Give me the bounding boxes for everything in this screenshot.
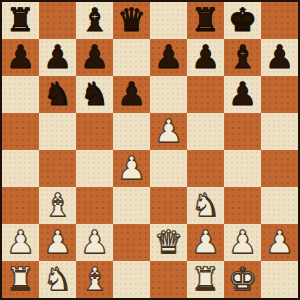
- black-pawn[interactable]: ♟: [80, 41, 109, 73]
- white-king[interactable]: ♚: [228, 263, 257, 295]
- square-e3[interactable]: [150, 187, 187, 224]
- black-pawn[interactable]: ♟: [6, 41, 35, 73]
- white-pawn[interactable]: ♟: [228, 226, 257, 258]
- square-g5[interactable]: [224, 113, 261, 150]
- black-pawn[interactable]: ♟: [43, 41, 72, 73]
- square-g6[interactable]: ♟: [224, 76, 261, 113]
- black-rook[interactable]: ♜: [6, 4, 35, 36]
- square-h7[interactable]: ♟: [261, 39, 298, 76]
- black-rook[interactable]: ♜: [191, 4, 220, 36]
- square-b4[interactable]: [39, 150, 76, 187]
- square-c7[interactable]: ♟: [76, 39, 113, 76]
- black-pawn[interactable]: ♟: [117, 78, 146, 110]
- square-f2[interactable]: ♟: [187, 224, 224, 261]
- square-e5[interactable]: ♟: [150, 113, 187, 150]
- square-a8[interactable]: ♜: [2, 2, 39, 39]
- square-f7[interactable]: ♟: [187, 39, 224, 76]
- black-queen[interactable]: ♛: [117, 4, 146, 36]
- square-d6[interactable]: ♟: [113, 76, 150, 113]
- square-b2[interactable]: ♟: [39, 224, 76, 261]
- black-pawn[interactable]: ♟: [265, 41, 294, 73]
- square-c6[interactable]: ♞: [76, 76, 113, 113]
- white-pawn[interactable]: ♟: [80, 226, 109, 258]
- black-pawn[interactable]: ♟: [191, 41, 220, 73]
- square-a6[interactable]: [2, 76, 39, 113]
- black-king[interactable]: ♚: [228, 4, 257, 36]
- square-c4[interactable]: [76, 150, 113, 187]
- white-bishop[interactable]: ♝: [80, 263, 109, 295]
- square-d8[interactable]: ♛: [113, 2, 150, 39]
- square-g7[interactable]: ♝: [224, 39, 261, 76]
- square-a3[interactable]: [2, 187, 39, 224]
- white-pawn[interactable]: ♟: [265, 226, 294, 258]
- square-e7[interactable]: ♟: [150, 39, 187, 76]
- square-c8[interactable]: ♝: [76, 2, 113, 39]
- square-b7[interactable]: ♟: [39, 39, 76, 76]
- chess-board: ♜♝♛♜♚♟♟♟♟♟♝♟♞♞♟♟♟♟♝♞♟♟♟♛♟♟♟♜♞♝♜♚: [0, 0, 300, 300]
- white-knight[interactable]: ♞: [43, 263, 72, 295]
- square-g4[interactable]: [224, 150, 261, 187]
- white-knight[interactable]: ♞: [191, 189, 220, 221]
- black-pawn[interactable]: ♟: [228, 78, 257, 110]
- white-pawn[interactable]: ♟: [154, 115, 183, 147]
- black-bishop[interactable]: ♝: [228, 41, 257, 73]
- square-c3[interactable]: [76, 187, 113, 224]
- white-queen[interactable]: ♛: [154, 226, 183, 258]
- black-pawn[interactable]: ♟: [154, 41, 183, 73]
- square-a7[interactable]: ♟: [2, 39, 39, 76]
- square-c5[interactable]: [76, 113, 113, 150]
- square-e6[interactable]: [150, 76, 187, 113]
- white-pawn[interactable]: ♟: [117, 152, 146, 184]
- square-h6[interactable]: [261, 76, 298, 113]
- square-b6[interactable]: ♞: [39, 76, 76, 113]
- square-d4[interactable]: ♟: [113, 150, 150, 187]
- black-knight[interactable]: ♞: [43, 78, 72, 110]
- square-h3[interactable]: [261, 187, 298, 224]
- square-f5[interactable]: [187, 113, 224, 150]
- white-pawn[interactable]: ♟: [191, 226, 220, 258]
- square-f3[interactable]: ♞: [187, 187, 224, 224]
- square-b8[interactable]: [39, 2, 76, 39]
- square-d2[interactable]: [113, 224, 150, 261]
- square-b3[interactable]: ♝: [39, 187, 76, 224]
- square-b5[interactable]: [39, 113, 76, 150]
- square-g3[interactable]: [224, 187, 261, 224]
- square-h2[interactable]: ♟: [261, 224, 298, 261]
- black-knight[interactable]: ♞: [80, 78, 109, 110]
- square-h4[interactable]: [261, 150, 298, 187]
- white-rook[interactable]: ♜: [191, 263, 220, 295]
- black-bishop[interactable]: ♝: [80, 4, 109, 36]
- square-d5[interactable]: [113, 113, 150, 150]
- white-pawn[interactable]: ♟: [43, 226, 72, 258]
- square-d1[interactable]: [113, 261, 150, 298]
- square-c1[interactable]: ♝: [76, 261, 113, 298]
- square-g1[interactable]: ♚: [224, 261, 261, 298]
- square-e8[interactable]: [150, 2, 187, 39]
- white-bishop[interactable]: ♝: [43, 189, 72, 221]
- square-e1[interactable]: [150, 261, 187, 298]
- square-d3[interactable]: [113, 187, 150, 224]
- square-d7[interactable]: [113, 39, 150, 76]
- square-g2[interactable]: ♟: [224, 224, 261, 261]
- square-a5[interactable]: [2, 113, 39, 150]
- square-f8[interactable]: ♜: [187, 2, 224, 39]
- white-pawn[interactable]: ♟: [6, 226, 35, 258]
- square-f6[interactable]: [187, 76, 224, 113]
- square-f4[interactable]: [187, 150, 224, 187]
- square-e4[interactable]: [150, 150, 187, 187]
- square-a1[interactable]: ♜: [2, 261, 39, 298]
- square-h8[interactable]: [261, 2, 298, 39]
- square-a2[interactable]: ♟: [2, 224, 39, 261]
- white-rook[interactable]: ♜: [6, 263, 35, 295]
- square-h5[interactable]: [261, 113, 298, 150]
- square-f1[interactable]: ♜: [187, 261, 224, 298]
- square-a4[interactable]: [2, 150, 39, 187]
- square-c2[interactable]: ♟: [76, 224, 113, 261]
- square-e2[interactable]: ♛: [150, 224, 187, 261]
- square-b1[interactable]: ♞: [39, 261, 76, 298]
- square-g8[interactable]: ♚: [224, 2, 261, 39]
- square-h1[interactable]: [261, 261, 298, 298]
